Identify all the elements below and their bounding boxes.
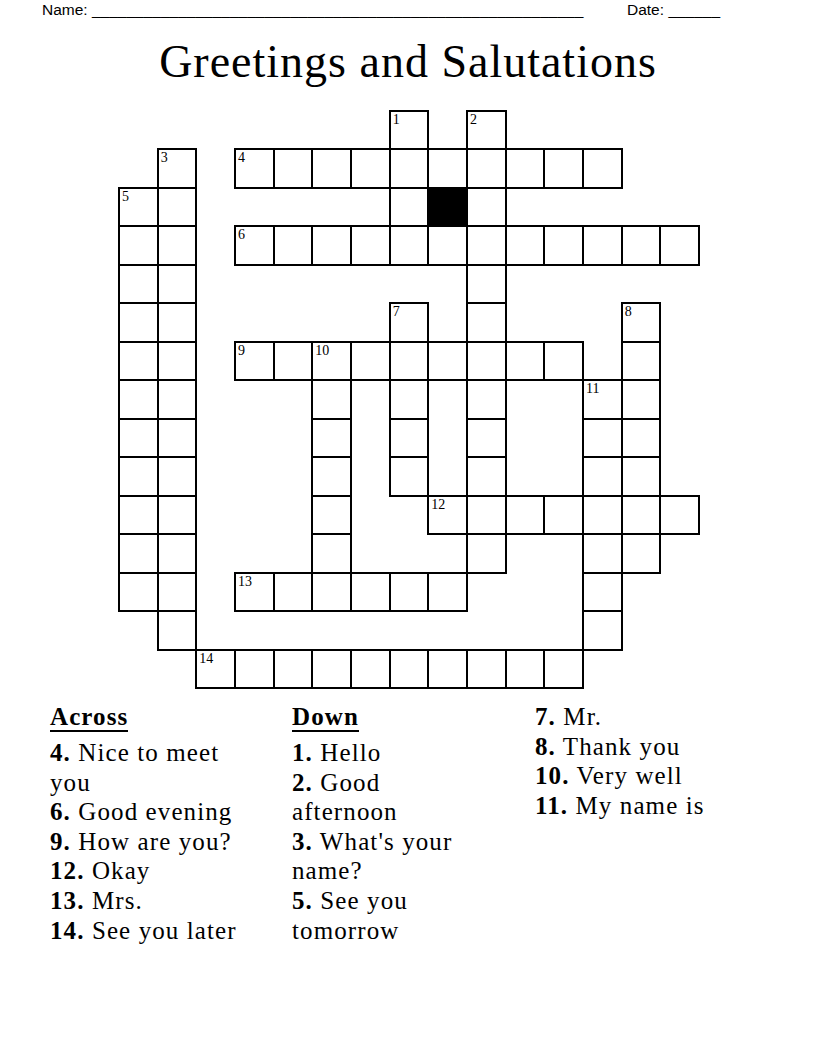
down-clues-column-continued: 7. Mr.8. Thank you10. Very well11. My na… — [535, 702, 705, 820]
grid-cell[interactable] — [311, 572, 352, 612]
clue-number-5: 5 — [122, 190, 129, 204]
name-row: Name: __________________________________… — [42, 1, 583, 19]
grid-cell[interactable] — [118, 379, 159, 419]
grid-cell[interactable] — [118, 418, 159, 458]
grid-cell[interactable] — [466, 456, 507, 496]
down-header: Down — [292, 703, 359, 732]
clue-number-label: 10. — [535, 762, 570, 789]
clue-number-9: 9 — [238, 344, 245, 358]
grid-cell[interactable] — [582, 418, 623, 458]
grid-cell[interactable] — [157, 302, 198, 342]
down-clues-column: Down 1. Hello2. Goodafternoon3. What's y… — [292, 702, 452, 945]
grid-cell[interactable] — [389, 187, 430, 227]
clue-number-label: 4. — [50, 739, 71, 766]
grid-cell[interactable] — [311, 225, 352, 265]
clue-number-4: 4 — [238, 151, 245, 165]
down-clue-7: 7. Mr. — [535, 702, 705, 732]
clue-number-label: 13. — [50, 887, 85, 914]
grid-cell[interactable] — [311, 649, 352, 689]
down-clue-5: 5. See you — [292, 886, 452, 916]
grid-cell[interactable] — [157, 456, 198, 496]
grid-cell[interactable] — [543, 495, 584, 535]
across-clue-9: 9. How are you? — [50, 827, 237, 857]
name-label: Name: — [42, 1, 88, 18]
clue-number-7: 7 — [393, 305, 400, 319]
grid-cell[interactable] — [427, 148, 468, 188]
grid-cell[interactable] — [311, 418, 352, 458]
grid-cell[interactable] — [659, 495, 700, 535]
grid-cell[interactable] — [466, 418, 507, 458]
grid-cell[interactable] — [234, 649, 275, 689]
grid-cell[interactable] — [118, 341, 159, 381]
across-clue-14: 14. See you later — [50, 916, 237, 946]
down-header-line: Down — [292, 702, 452, 738]
clue-number-label: 6. — [50, 798, 71, 825]
grid-cell[interactable] — [350, 649, 391, 689]
grid-cell[interactable] — [311, 456, 352, 496]
grid-cell[interactable] — [350, 341, 391, 381]
across-clue-12: 12. Okay — [50, 856, 237, 886]
grid-cell[interactable] — [505, 225, 546, 265]
grid-cell[interactable] — [157, 341, 198, 381]
date-label: Date: — [627, 1, 664, 18]
grid-cell[interactable] — [466, 148, 507, 188]
clue-number-1: 1 — [393, 113, 400, 127]
down-clue-2-cont: afternoon — [292, 797, 452, 827]
grid-cell[interactable] — [621, 225, 662, 265]
clue-number-8: 8 — [625, 305, 632, 319]
grid-cell[interactable] — [118, 264, 159, 304]
clue-number-10: 10 — [315, 344, 329, 358]
down-clue-5-cont: tomorrow — [292, 916, 452, 946]
grid-cell[interactable] — [118, 533, 159, 573]
across-header: Across — [50, 703, 128, 732]
across-clues-column: Across 4. Nice to meetyou6. Good evening… — [50, 702, 237, 945]
down-clue-3: 3. What's your — [292, 827, 452, 857]
grid-cell[interactable] — [582, 495, 623, 535]
grid-cell[interactable] — [157, 495, 198, 535]
grid-cell[interactable] — [157, 264, 198, 304]
clue-number-label: 11. — [535, 792, 568, 819]
black-cell — [427, 187, 468, 227]
clue-number-label: 2. — [292, 769, 313, 796]
grid-cell[interactable] — [505, 649, 546, 689]
grid-cell[interactable] — [466, 302, 507, 342]
crossword-worksheet-page: Name: __________________________________… — [0, 0, 816, 1056]
grid-cell[interactable] — [582, 610, 623, 650]
grid-cell[interactable] — [427, 341, 468, 381]
across-clue-13: 13. Mrs. — [50, 886, 237, 916]
grid-cell[interactable] — [427, 649, 468, 689]
grid-cell[interactable] — [543, 225, 584, 265]
down-clue-8: 8. Thank you — [535, 732, 705, 762]
grid-cell[interactable] — [311, 379, 352, 419]
grid-cell[interactable] — [157, 610, 198, 650]
grid-cell[interactable] — [427, 225, 468, 265]
down-clue-list-continued: 7. Mr.8. Thank you10. Very well11. My na… — [535, 702, 705, 820]
grid-cell[interactable] — [582, 456, 623, 496]
grid-cell[interactable] — [466, 225, 507, 265]
grid-cell[interactable] — [157, 533, 198, 573]
grid-cell[interactable] — [466, 649, 507, 689]
clue-number-label: 5. — [292, 887, 313, 914]
grid-cell[interactable] — [157, 379, 198, 419]
grid-cell[interactable] — [389, 649, 430, 689]
grid-cell[interactable] — [389, 379, 430, 419]
down-clue-list: 1. Hello2. Goodafternoon3. What's yourna… — [292, 738, 452, 945]
clue-number-label: 3. — [292, 828, 313, 855]
grid-cell[interactable] — [118, 456, 159, 496]
grid-cell[interactable] — [389, 341, 430, 381]
clue-number-label: 7. — [535, 703, 556, 730]
grid-cell[interactable] — [466, 187, 507, 227]
date-row: Date: ______ — [627, 1, 720, 19]
clue-number-14: 14 — [199, 652, 213, 666]
grid-cell[interactable] — [157, 418, 198, 458]
grid-cell[interactable] — [273, 148, 314, 188]
grid-cell[interactable] — [582, 148, 623, 188]
grid-cell[interactable] — [350, 572, 391, 612]
grid-cell[interactable] — [543, 341, 584, 381]
grid-cell[interactable] — [311, 148, 352, 188]
grid-cell[interactable] — [118, 225, 159, 265]
grid-cell[interactable] — [118, 495, 159, 535]
across-header-line: Across — [50, 702, 237, 738]
clue-number-label: 14. — [50, 917, 85, 944]
grid-cell[interactable] — [350, 148, 391, 188]
across-clue-4-cont: you — [50, 768, 237, 798]
grid-cell[interactable] — [505, 341, 546, 381]
grid-cell[interactable] — [543, 148, 584, 188]
clue-number-3: 3 — [161, 151, 168, 165]
grid-cell[interactable] — [389, 456, 430, 496]
date-blank[interactable]: ______ — [668, 1, 720, 18]
down-clue-1: 1. Hello — [292, 738, 452, 768]
grid-cell[interactable] — [118, 572, 159, 612]
grid-cell[interactable] — [466, 341, 507, 381]
grid-cell[interactable] — [621, 533, 662, 573]
grid-cell[interactable] — [273, 341, 314, 381]
grid-cell[interactable] — [350, 225, 391, 265]
clue-number-label: 12. — [50, 857, 85, 884]
grid-cell[interactable] — [505, 148, 546, 188]
grid-cell[interactable] — [621, 418, 662, 458]
down-clue-11: 11. My name is — [535, 791, 705, 821]
grid-cell[interactable] — [466, 264, 507, 304]
grid-cell[interactable] — [157, 187, 198, 227]
grid-cell[interactable] — [505, 495, 546, 535]
grid-cell[interactable] — [157, 225, 198, 265]
clue-number-label: 1. — [292, 739, 313, 766]
across-clue-4: 4. Nice to meet — [50, 738, 237, 768]
down-clue-3-cont: name? — [292, 856, 452, 886]
clue-number-12: 12 — [431, 498, 445, 512]
name-blank[interactable]: ________________________________________… — [92, 1, 583, 18]
grid-cell[interactable] — [466, 379, 507, 419]
grid-cell[interactable] — [273, 225, 314, 265]
grid-cell[interactable] — [118, 302, 159, 342]
grid-cell[interactable] — [621, 495, 662, 535]
grid-cell[interactable] — [389, 148, 430, 188]
clue-number-6: 6 — [238, 228, 245, 242]
grid-cell[interactable] — [543, 649, 584, 689]
grid-cell[interactable] — [157, 572, 198, 612]
clue-number-label: 9. — [50, 828, 71, 855]
clue-number-2: 2 — [470, 113, 477, 127]
grid-cell[interactable] — [389, 418, 430, 458]
grid-cell[interactable] — [582, 572, 623, 612]
grid-cell[interactable] — [582, 225, 623, 265]
grid-cell[interactable] — [273, 649, 314, 689]
clue-number-13: 13 — [238, 575, 252, 589]
clue-number-label: 8. — [535, 733, 556, 760]
grid-cell[interactable] — [311, 533, 352, 573]
grid-cell[interactable] — [466, 495, 507, 535]
grid-cell[interactable] — [582, 533, 623, 573]
grid-cell[interactable] — [659, 225, 700, 265]
grid-cell[interactable] — [427, 572, 468, 612]
down-clue-2: 2. Good — [292, 768, 452, 798]
grid-cell[interactable] — [273, 572, 314, 612]
clue-number-11: 11 — [586, 382, 599, 396]
grid-cell[interactable] — [621, 456, 662, 496]
page-title: Greetings and Salutations — [0, 35, 816, 88]
grid-cell[interactable] — [389, 225, 430, 265]
grid-cell[interactable] — [621, 379, 662, 419]
across-clue-6: 6. Good evening — [50, 797, 237, 827]
grid-cell[interactable] — [621, 341, 662, 381]
across-clue-list: 4. Nice to meetyou6. Good evening9. How … — [50, 738, 237, 945]
down-clue-10: 10. Very well — [535, 761, 705, 791]
grid-cell[interactable] — [466, 533, 507, 573]
grid-cell[interactable] — [389, 572, 430, 612]
grid-cell[interactable] — [311, 495, 352, 535]
